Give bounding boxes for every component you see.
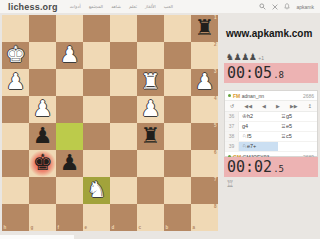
square-g5[interactable]: ♟ [29, 123, 56, 150]
square-g1[interactable] [29, 15, 56, 42]
move-row-37: 37g4♖e5 [225, 122, 317, 132]
square-d6[interactable] [110, 150, 137, 177]
move-list-panel: FM adnan_nn 2686 ↺◀◀◀▶▶▶↥ 36♔h2♖g537g4♖e… [224, 90, 318, 157]
move-row-39: 39♘e7+ [225, 142, 317, 152]
menu-item-4[interactable]: الألغاز [145, 4, 156, 9]
file-label-c: c [139, 226, 142, 231]
white-king[interactable]: ♚ [2, 42, 29, 69]
move-white-39[interactable]: ♘e7+ [239, 142, 278, 151]
black-king[interactable]: ♚ [29, 150, 56, 177]
clock-white-tenths: .8 [273, 70, 284, 80]
main-menu: أدواتالمجتمعشاهدتعلمالألغازالعب [70, 4, 173, 9]
move-number: 36 [225, 112, 239, 121]
lichess-logo[interactable]: lichess.org [8, 2, 58, 12]
menu-item-3[interactable]: تعلم [129, 4, 137, 9]
white-pawn[interactable]: ♟ [2, 69, 29, 96]
captured-pieces-bottom: ♖ [226, 179, 234, 189]
watermark-url: www.apkamk.com [226, 28, 312, 39]
square-d3[interactable] [110, 69, 137, 96]
square-f7[interactable] [56, 177, 83, 204]
square-a4[interactable]: 4 [191, 96, 218, 123]
white-pawn[interactable]: ♟ [191, 69, 218, 96]
square-c3[interactable]: ♜ [137, 69, 164, 96]
first-move-icon[interactable]: ◀◀ [244, 103, 252, 109]
square-b2[interactable] [164, 42, 191, 69]
header-right: apkamk [259, 0, 314, 13]
square-f3[interactable] [56, 69, 83, 96]
move-white-38[interactable]: ♘f5 [239, 132, 278, 141]
menu-item-2[interactable]: شاهد [111, 4, 121, 9]
square-f5[interactable] [56, 123, 83, 150]
square-g4[interactable]: ♟ [29, 96, 56, 123]
flip-icon[interactable]: ↺ [230, 103, 234, 109]
square-g6[interactable]: ♚ [29, 150, 56, 177]
square-d1[interactable] [110, 15, 137, 42]
rank-label-7: 7 [214, 178, 217, 183]
square-a6[interactable]: 6 [191, 150, 218, 177]
white-pawn[interactable]: ♟ [56, 42, 83, 69]
menu-item-5[interactable]: العب [164, 4, 173, 9]
square-f2[interactable]: ♟ [56, 42, 83, 69]
white-pawn[interactable]: ♟ [29, 96, 56, 123]
square-f1[interactable] [56, 15, 83, 42]
square-c7[interactable] [137, 177, 164, 204]
file-label-b: b [166, 226, 169, 231]
rank-label-8: 8 [214, 205, 217, 210]
move-row-38: 38♘f5♖c5 [225, 132, 317, 142]
move-number: 39 [225, 142, 239, 151]
bell-icon[interactable] [284, 3, 290, 10]
captured-glyphs-top: ♞♟♟♟ [226, 52, 256, 62]
chess-board: 1♜♚♟2♟♜3♟♟♟4♟♜5♚♟6♞7hgfedcb8a [2, 15, 218, 231]
square-a2[interactable]: 2 [191, 42, 218, 69]
square-h6[interactable] [2, 150, 29, 177]
close-icon[interactable] [272, 4, 278, 10]
square-h1[interactable] [2, 15, 29, 42]
file-label-e: e [85, 226, 88, 231]
square-e8[interactable]: e [83, 204, 110, 231]
clock-black-tenths: .5 [273, 164, 284, 174]
white-pawn[interactable]: ♟ [137, 96, 164, 123]
move-number: 37 [225, 122, 239, 131]
square-c4[interactable]: ♟ [137, 96, 164, 123]
square-h4[interactable] [2, 96, 29, 123]
square-c6[interactable] [137, 150, 164, 177]
move-black-36[interactable]: ♖g5 [278, 112, 317, 121]
last-move-icon[interactable]: ▶▶ [290, 103, 298, 109]
black-pawn[interactable]: ♟ [56, 150, 83, 177]
square-d8[interactable]: d [110, 204, 137, 231]
file-label-f: f [58, 226, 60, 231]
clock-black: 00:02 .5 [224, 157, 318, 177]
square-e4[interactable] [83, 96, 110, 123]
rank-label-6: 6 [214, 151, 217, 156]
square-e2[interactable] [83, 42, 110, 69]
clock-white: 00:05 .8 [224, 63, 318, 83]
square-b8[interactable]: b [164, 204, 191, 231]
square-h8[interactable]: h [2, 204, 29, 231]
black-rook[interactable]: ♜ [137, 123, 164, 150]
square-d5[interactable] [110, 123, 137, 150]
square-c1[interactable] [137, 15, 164, 42]
white-rook[interactable]: ♜ [137, 69, 164, 96]
online-dot-top [228, 94, 231, 97]
move-black-37[interactable]: ♖e5 [278, 122, 317, 131]
captured-pieces-top: ♞♟♟♟+1 [226, 52, 264, 62]
file-label-h: h [4, 226, 7, 231]
square-c2[interactable] [137, 42, 164, 69]
square-g8[interactable]: g [29, 204, 56, 231]
rank-label-5: 5 [214, 124, 217, 129]
square-g2[interactable] [29, 42, 56, 69]
square-b5[interactable] [164, 123, 191, 150]
player-top[interactable]: FM adnan_nn 2686 [225, 91, 317, 100]
square-d7[interactable] [110, 177, 137, 204]
square-b3[interactable] [164, 69, 191, 96]
square-b7[interactable] [164, 177, 191, 204]
square-b4[interactable] [164, 96, 191, 123]
square-h5[interactable] [2, 123, 29, 150]
rank-label-4: 4 [214, 97, 217, 102]
square-b6[interactable] [164, 150, 191, 177]
square-f6[interactable]: ♟ [56, 150, 83, 177]
square-a1[interactable]: 1♜ [191, 15, 218, 42]
username[interactable]: apkamk [296, 4, 314, 10]
square-g7[interactable] [29, 177, 56, 204]
black-rook[interactable]: ♜ [191, 15, 218, 42]
clock-black-time: 00:02 [227, 157, 272, 177]
player-top-title: FM [233, 93, 240, 99]
prev-move-icon[interactable]: ◀ [262, 103, 266, 109]
move-number: 38 [225, 132, 239, 141]
menu-item-1[interactable]: المجتمع [89, 4, 103, 9]
move-rows: 36♔h2♖g537g4♖e538♘f5♖c539♘e7+ [225, 112, 317, 152]
analysis-icon[interactable]: ↥ [308, 103, 312, 109]
top-nav-bar: lichess.org أدواتالمجتمعشاهدتعلمالألغازا… [0, 0, 320, 13]
square-a8[interactable]: 8a [191, 204, 218, 231]
square-f4[interactable] [56, 96, 83, 123]
square-h3[interactable]: ♟ [2, 69, 29, 96]
replay-controls: ↺◀◀◀▶▶▶↥ [225, 100, 317, 112]
square-a7[interactable]: 7 [191, 177, 218, 204]
square-a3[interactable]: 3♟ [191, 69, 218, 96]
move-row-36: 36♔h2♖g5 [225, 112, 317, 122]
square-e7[interactable]: ♞ [83, 177, 110, 204]
chat-input-strip[interactable] [0, 235, 74, 239]
lichess-game-page: lichess.org أدواتالمجتمعشاهدتعلمالألغازا… [0, 0, 320, 239]
white-knight[interactable]: ♞ [83, 177, 110, 204]
square-d2[interactable] [110, 42, 137, 69]
square-e3[interactable] [83, 69, 110, 96]
move-black-38[interactable]: ♖c5 [278, 132, 317, 141]
file-label-a: a [193, 226, 196, 231]
square-h7[interactable] [2, 177, 29, 204]
square-e5[interactable] [83, 123, 110, 150]
square-e1[interactable] [83, 15, 110, 42]
move-black-39[interactable] [278, 142, 317, 151]
move-white-37[interactable]: g4 [239, 122, 278, 131]
move-white-36[interactable]: ♔h2 [239, 112, 278, 121]
clock-white-time: 00:05 [227, 63, 272, 83]
next-move-icon[interactable]: ▶ [276, 103, 280, 109]
player-top-name: adnan_nn [242, 93, 264, 99]
file-label-g: g [31, 226, 34, 231]
file-label-d: d [112, 226, 115, 231]
square-b1[interactable] [164, 15, 191, 42]
material-advantage: +1 [258, 55, 264, 61]
square-g3[interactable] [29, 69, 56, 96]
menu-item-0[interactable]: أدوات [70, 4, 81, 9]
square-h2[interactable]: ♚ [2, 42, 29, 69]
square-c5[interactable]: ♜ [137, 123, 164, 150]
square-a5[interactable]: 5 [191, 123, 218, 150]
square-d4[interactable] [110, 96, 137, 123]
black-pawn[interactable]: ♟ [29, 123, 56, 150]
search-icon[interactable] [259, 3, 266, 10]
square-c8[interactable]: c [137, 204, 164, 231]
square-f8[interactable]: f [56, 204, 83, 231]
square-e6[interactable] [83, 150, 110, 177]
player-top-rating: 2686 [303, 93, 314, 99]
rank-label-2: 2 [214, 43, 217, 48]
